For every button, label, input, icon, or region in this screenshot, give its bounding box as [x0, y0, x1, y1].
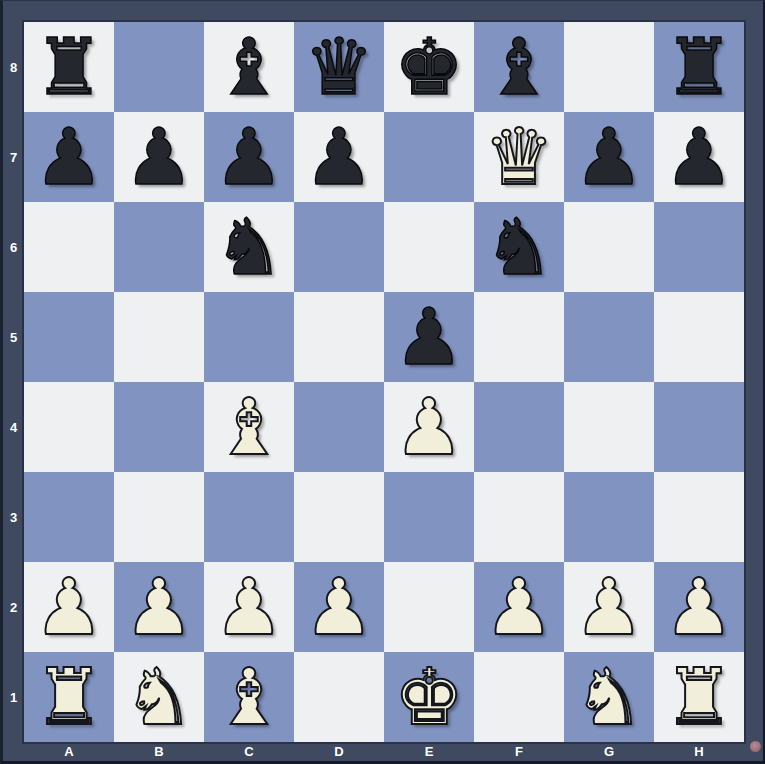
square-e7[interactable]: [384, 112, 474, 202]
piece-white-knight[interactable]: ♞: [574, 652, 644, 742]
piece-black-queen[interactable]: ♛: [304, 22, 374, 112]
rank-label-1: 1: [3, 652, 24, 742]
rank-label-4: 4: [3, 382, 24, 472]
file-label-e: E: [384, 742, 474, 761]
rank-label-7: 7: [3, 112, 24, 202]
rank-label-3: 3: [3, 472, 24, 562]
corner-marker-dot: [750, 741, 761, 752]
square-f4[interactable]: [474, 382, 564, 472]
square-e3[interactable]: [384, 472, 474, 562]
square-g6[interactable]: [564, 202, 654, 292]
piece-white-pawn[interactable]: ♟: [574, 562, 644, 652]
piece-black-bishop[interactable]: ♝: [484, 22, 554, 112]
square-a7[interactable]: ♟: [24, 112, 114, 202]
square-e8[interactable]: ♚: [384, 22, 474, 112]
rank-label-5: 5: [3, 292, 24, 382]
square-a4[interactable]: [24, 382, 114, 472]
file-label-f: F: [474, 742, 564, 761]
square-h2[interactable]: ♟: [654, 562, 744, 652]
square-a1[interactable]: ♜: [24, 652, 114, 742]
square-f8[interactable]: ♝: [474, 22, 564, 112]
square-f3[interactable]: [474, 472, 564, 562]
square-g5[interactable]: [564, 292, 654, 382]
square-h3[interactable]: [654, 472, 744, 562]
piece-white-rook[interactable]: ♜: [664, 652, 734, 742]
piece-white-king[interactable]: ♚: [394, 652, 464, 742]
square-e1[interactable]: ♚: [384, 652, 474, 742]
square-h7[interactable]: ♟: [654, 112, 744, 202]
square-c3[interactable]: [204, 472, 294, 562]
square-e4[interactable]: ♟: [384, 382, 474, 472]
square-g3[interactable]: [564, 472, 654, 562]
piece-white-queen[interactable]: ♛: [484, 112, 554, 202]
square-c1[interactable]: ♝: [204, 652, 294, 742]
square-h1[interactable]: ♜: [654, 652, 744, 742]
piece-black-pawn[interactable]: ♟: [34, 112, 104, 202]
rank-labels: 87654321: [3, 22, 24, 742]
square-d7[interactable]: ♟: [294, 112, 384, 202]
piece-white-rook[interactable]: ♜: [34, 652, 104, 742]
square-d6[interactable]: [294, 202, 384, 292]
square-d2[interactable]: ♟: [294, 562, 384, 652]
file-label-c: C: [204, 742, 294, 761]
rank-label-2: 2: [3, 562, 24, 652]
piece-white-pawn[interactable]: ♟: [34, 562, 104, 652]
square-b2[interactable]: ♟: [114, 562, 204, 652]
square-a2[interactable]: ♟: [24, 562, 114, 652]
square-f2[interactable]: ♟: [474, 562, 564, 652]
square-e5[interactable]: ♟: [384, 292, 474, 382]
square-c4[interactable]: ♝: [204, 382, 294, 472]
piece-black-pawn[interactable]: ♟: [214, 112, 284, 202]
square-d8[interactable]: ♛: [294, 22, 384, 112]
square-h5[interactable]: [654, 292, 744, 382]
square-g4[interactable]: [564, 382, 654, 472]
square-g1[interactable]: ♞: [564, 652, 654, 742]
square-a3[interactable]: [24, 472, 114, 562]
square-d4[interactable]: [294, 382, 384, 472]
file-label-h: H: [654, 742, 744, 761]
piece-black-pawn[interactable]: ♟: [574, 112, 644, 202]
file-labels: ABCDEFGH: [24, 742, 744, 761]
square-c7[interactable]: ♟: [204, 112, 294, 202]
piece-black-knight[interactable]: ♞: [484, 202, 554, 292]
file-label-b: B: [114, 742, 204, 761]
square-b8[interactable]: [114, 22, 204, 112]
square-c2[interactable]: ♟: [204, 562, 294, 652]
file-label-g: G: [564, 742, 654, 761]
square-c8[interactable]: ♝: [204, 22, 294, 112]
square-g2[interactable]: ♟: [564, 562, 654, 652]
piece-white-pawn[interactable]: ♟: [664, 562, 734, 652]
square-b5[interactable]: [114, 292, 204, 382]
square-e6[interactable]: [384, 202, 474, 292]
piece-white-bishop[interactable]: ♝: [214, 382, 284, 472]
square-d1[interactable]: [294, 652, 384, 742]
square-c6[interactable]: ♞: [204, 202, 294, 292]
square-f6[interactable]: ♞: [474, 202, 564, 292]
file-label-a: A: [24, 742, 114, 761]
rank-label-8: 8: [3, 22, 24, 112]
piece-black-bishop[interactable]: ♝: [214, 22, 284, 112]
rank-label-6: 6: [3, 202, 24, 292]
square-a6[interactable]: [24, 202, 114, 292]
chess-app-window: 87654321 ♜♝♛♚♝♜♟♟♟♟♛♟♟♞♞♟♝♟♟♟♟♟♟♟♟♜♞♝♚♞♜…: [0, 0, 765, 764]
piece-white-pawn[interactable]: ♟: [214, 562, 284, 652]
piece-white-knight[interactable]: ♞: [124, 652, 194, 742]
piece-black-king[interactable]: ♚: [394, 22, 464, 112]
square-h6[interactable]: [654, 202, 744, 292]
square-d5[interactable]: [294, 292, 384, 382]
square-f7[interactable]: ♛: [474, 112, 564, 202]
piece-black-pawn[interactable]: ♟: [394, 292, 464, 382]
square-b7[interactable]: ♟: [114, 112, 204, 202]
square-d3[interactable]: [294, 472, 384, 562]
square-b6[interactable]: [114, 202, 204, 292]
square-f5[interactable]: [474, 292, 564, 382]
square-a8[interactable]: ♜: [24, 22, 114, 112]
square-b3[interactable]: [114, 472, 204, 562]
piece-white-pawn[interactable]: ♟: [394, 382, 464, 472]
piece-black-pawn[interactable]: ♟: [664, 112, 734, 202]
square-b4[interactable]: [114, 382, 204, 472]
square-a5[interactable]: [24, 292, 114, 382]
piece-white-pawn[interactable]: ♟: [304, 562, 374, 652]
piece-black-pawn[interactable]: ♟: [304, 112, 374, 202]
piece-white-pawn[interactable]: ♟: [484, 562, 554, 652]
piece-black-knight[interactable]: ♞: [214, 202, 284, 292]
chess-board[interactable]: ♜♝♛♚♝♜♟♟♟♟♛♟♟♞♞♟♝♟♟♟♟♟♟♟♟♜♞♝♚♞♜: [24, 22, 744, 742]
piece-black-rook[interactable]: ♜: [34, 22, 104, 112]
square-e2[interactable]: [384, 562, 474, 652]
file-label-d: D: [294, 742, 384, 761]
square-g8[interactable]: [564, 22, 654, 112]
square-f1[interactable]: [474, 652, 564, 742]
piece-black-pawn[interactable]: ♟: [124, 112, 194, 202]
piece-white-bishop[interactable]: ♝: [214, 652, 284, 742]
square-h4[interactable]: [654, 382, 744, 472]
square-c5[interactable]: [204, 292, 294, 382]
piece-black-rook[interactable]: ♜: [664, 22, 734, 112]
piece-white-pawn[interactable]: ♟: [124, 562, 194, 652]
square-g7[interactable]: ♟: [564, 112, 654, 202]
square-h8[interactable]: ♜: [654, 22, 744, 112]
square-b1[interactable]: ♞: [114, 652, 204, 742]
